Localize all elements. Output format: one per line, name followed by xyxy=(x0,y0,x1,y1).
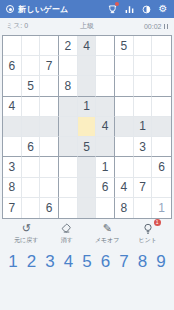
new-game-title[interactable]: 新しいゲーム xyxy=(18,4,69,15)
cell-r8c8[interactable]: 7 xyxy=(134,178,153,198)
cell-r5c3[interactable] xyxy=(40,117,59,137)
numpad-5[interactable]: 5 xyxy=(79,250,95,274)
cell-r8c5[interactable] xyxy=(78,178,97,198)
cell-r2c1[interactable]: 6 xyxy=(3,56,22,76)
cell-r2c6[interactable] xyxy=(96,56,115,76)
cell-r3c3[interactable] xyxy=(40,76,59,96)
cell-r4c7[interactable] xyxy=(115,97,134,117)
memo-button[interactable]: ✎ メモオフ xyxy=(90,222,124,245)
hint-button[interactable]: 1 ヒント xyxy=(131,222,165,245)
cell-r4c4[interactable] xyxy=(59,97,78,117)
cell-r2c2[interactable] xyxy=(22,56,41,76)
cell-r2c5[interactable] xyxy=(78,56,97,76)
cell-r4c2[interactable] xyxy=(22,97,41,117)
numpad-9[interactable]: 9 xyxy=(153,250,169,274)
cell-r4c5[interactable]: 1 xyxy=(78,97,97,117)
cell-r9c7[interactable]: 8 xyxy=(115,198,134,218)
cell-r1c5[interactable]: 4 xyxy=(78,36,97,56)
numpad-6[interactable]: 6 xyxy=(98,250,114,274)
cell-r3c8[interactable] xyxy=(134,76,153,96)
cell-r9c5[interactable] xyxy=(78,198,97,218)
cell-r6c4[interactable] xyxy=(59,137,78,157)
cell-r8c2[interactable] xyxy=(22,178,41,198)
cell-r6c2[interactable]: 6 xyxy=(22,137,41,157)
cell-r5c2[interactable] xyxy=(22,117,41,137)
cell-r7c3[interactable] xyxy=(40,157,59,177)
numpad-1[interactable]: 1 xyxy=(5,250,21,274)
undo-button[interactable]: ↺ 元に戻す xyxy=(9,222,43,245)
cell-r2c4[interactable] xyxy=(59,56,78,76)
cell-r6c8[interactable]: 3 xyxy=(134,137,153,157)
cell-r6c5[interactable]: 5 xyxy=(78,137,97,157)
erase-button[interactable]: 消す xyxy=(50,222,84,245)
toolbar: ↺ 元に戻す 消す ✎ メモオフ 1 ヒント xyxy=(0,222,174,248)
cell-r9c4[interactable] xyxy=(59,198,78,218)
cell-r9c2[interactable] xyxy=(22,198,41,218)
cell-r1c7[interactable]: 5 xyxy=(115,36,134,56)
cell-r5c9[interactable] xyxy=(152,117,171,137)
cell-r4c6[interactable] xyxy=(96,97,115,117)
numpad-7[interactable]: 7 xyxy=(116,250,132,274)
cell-r7c4[interactable] xyxy=(59,157,78,177)
cell-r9c9[interactable]: 1 xyxy=(152,198,171,218)
cell-r8c9[interactable] xyxy=(152,178,171,198)
cell-r1c2[interactable] xyxy=(22,36,41,56)
number-pad: 1 2 3 4 5 6 7 8 9 xyxy=(0,250,174,274)
cell-r7c7[interactable] xyxy=(115,157,134,177)
cell-r5c4[interactable] xyxy=(59,117,78,137)
cell-r6c7[interactable] xyxy=(115,137,134,157)
cell-r4c1[interactable]: 4 xyxy=(3,97,22,117)
cell-r3c9[interactable] xyxy=(152,76,171,96)
header-bar: 新しいゲーム ⚙ xyxy=(0,0,174,18)
cell-r3c2[interactable]: 5 xyxy=(22,76,41,96)
notification-dot xyxy=(115,2,119,6)
cell-r9c1[interactable]: 7 xyxy=(3,198,22,218)
undo-icon: ↺ xyxy=(22,222,31,235)
lightbulb-icon xyxy=(143,222,153,235)
sudoku-grid: 2456758414165331686477681 xyxy=(2,35,172,219)
cell-r3c4[interactable]: 8 xyxy=(59,76,78,96)
cell-r6c3[interactable] xyxy=(40,137,59,157)
cell-r3c7[interactable] xyxy=(115,76,134,96)
cell-r5c5[interactable] xyxy=(78,117,97,137)
cell-r8c6[interactable]: 6 xyxy=(96,178,115,198)
cell-r6c6[interactable] xyxy=(96,137,115,157)
trophy-icon[interactable] xyxy=(107,4,117,14)
cell-r5c7[interactable] xyxy=(115,117,134,137)
cell-r5c6[interactable]: 4 xyxy=(96,117,115,137)
cell-r9c6[interactable] xyxy=(96,198,115,218)
status-row: ミス: 0 上級 00:02 xyxy=(0,18,174,34)
cell-r1c8[interactable] xyxy=(134,36,153,56)
cell-r7c1[interactable]: 3 xyxy=(3,157,22,177)
cell-r8c3[interactable] xyxy=(40,178,59,198)
cell-r3c6[interactable] xyxy=(96,76,115,96)
eraser-icon xyxy=(61,222,72,235)
cell-r1c3[interactable] xyxy=(40,36,59,56)
cell-r5c1[interactable] xyxy=(3,117,22,137)
cell-r2c8[interactable] xyxy=(134,56,153,76)
cell-r4c3[interactable] xyxy=(40,97,59,117)
cell-r3c5[interactable] xyxy=(78,76,97,96)
cell-r7c5[interactable] xyxy=(78,157,97,177)
cell-r7c6[interactable]: 1 xyxy=(96,157,115,177)
cell-r3c1[interactable] xyxy=(3,76,22,96)
numpad-3[interactable]: 3 xyxy=(42,250,58,274)
cell-r2c3[interactable]: 7 xyxy=(40,56,59,76)
cell-r9c3[interactable]: 6 xyxy=(40,198,59,218)
cell-r1c6[interactable] xyxy=(96,36,115,56)
cell-r4c9[interactable] xyxy=(152,97,171,117)
cell-r9c8[interactable] xyxy=(134,198,153,218)
cell-r1c1[interactable] xyxy=(3,36,22,56)
pencil-icon: ✎ xyxy=(103,222,112,235)
cell-r8c7[interactable]: 4 xyxy=(115,178,134,198)
cell-r1c9[interactable] xyxy=(152,36,171,56)
cell-r6c1[interactable] xyxy=(3,137,22,157)
cell-r7c9[interactable]: 6 xyxy=(152,157,171,177)
cell-r6c9[interactable] xyxy=(152,137,171,157)
cell-r5c8[interactable]: 1 xyxy=(134,117,153,137)
cell-r2c7[interactable] xyxy=(115,56,134,76)
cell-r4c8[interactable] xyxy=(134,97,153,117)
settings-icon[interactable]: ⚙ xyxy=(158,4,168,14)
numpad-4[interactable]: 4 xyxy=(61,250,77,274)
theme-icon[interactable] xyxy=(141,4,151,14)
cell-r1c4[interactable]: 2 xyxy=(59,36,78,56)
cell-r7c8[interactable] xyxy=(134,157,153,177)
cell-r8c4[interactable] xyxy=(59,178,78,198)
hint-badge: 1 xyxy=(154,219,161,226)
cell-r8c1[interactable]: 8 xyxy=(3,178,22,198)
cell-r7c2[interactable] xyxy=(22,157,41,177)
difficulty-label[interactable]: 上級 xyxy=(0,21,174,31)
statistics-icon[interactable] xyxy=(124,4,134,14)
new-game-target-icon xyxy=(6,5,14,13)
cell-r2c9[interactable] xyxy=(152,56,171,76)
numpad-8[interactable]: 8 xyxy=(135,250,151,274)
numpad-2[interactable]: 2 xyxy=(24,250,40,274)
